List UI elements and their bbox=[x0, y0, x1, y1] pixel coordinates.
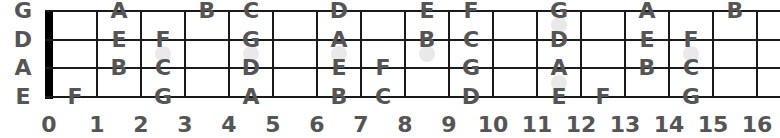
note-d-string-fret-9: B bbox=[405, 25, 449, 54]
note-a-string-fret-2: B bbox=[97, 54, 141, 83]
fret-number-0: 0 bbox=[29, 112, 69, 138]
fret-number-10: 10 bbox=[473, 112, 513, 138]
note-g-string-fret-2: A bbox=[97, 0, 141, 25]
note-a-string-fret-10: G bbox=[449, 54, 493, 83]
note-g-string-fret-4: B bbox=[185, 0, 229, 25]
notes-grid: ABCDEFGABEFGABCDEFBCDEFGABCFGABCDEFG bbox=[53, 0, 757, 111]
fret-number-13: 13 bbox=[605, 112, 645, 138]
note-e-string-fret-5: A bbox=[229, 83, 273, 112]
fret-number-12: 12 bbox=[561, 112, 601, 138]
nut bbox=[45, 10, 53, 99]
bass-fretboard-diagram: GDAE ABCDEFGABEFGABCDEFBCDEFGABCFGABCDEF… bbox=[0, 0, 780, 138]
note-e-string-fret-8: C bbox=[361, 83, 405, 112]
note-g-string-fret-5: C bbox=[229, 0, 273, 25]
note-a-string-fret-3: C bbox=[141, 54, 185, 83]
note-g-string-fret-14: A bbox=[625, 0, 669, 25]
fret-number-6: 6 bbox=[297, 112, 337, 138]
note-d-string-fret-5: G bbox=[229, 25, 273, 54]
note-e-string-fret-1: F bbox=[53, 83, 97, 112]
fret-number-4: 4 bbox=[209, 112, 249, 138]
note-g-string-fret-16: B bbox=[713, 0, 757, 25]
fret-number-9: 9 bbox=[429, 112, 469, 138]
fret-number-15: 15 bbox=[693, 112, 733, 138]
fret-number-11: 11 bbox=[517, 112, 557, 138]
note-d-string-fret-15: F bbox=[669, 25, 713, 54]
note-d-string-fret-7: A bbox=[317, 25, 361, 54]
note-d-string-fret-12: D bbox=[537, 25, 581, 54]
fret-number-5: 5 bbox=[253, 112, 293, 138]
fret-number-16: 16 bbox=[737, 112, 777, 138]
note-e-string-fret-12: E bbox=[537, 83, 581, 112]
note-e-string-fret-3: G bbox=[141, 83, 185, 112]
fret-number-3: 3 bbox=[165, 112, 205, 138]
fret-number-2: 2 bbox=[121, 112, 161, 138]
note-e-string-fret-13: F bbox=[581, 83, 625, 112]
note-e-string-fret-7: B bbox=[317, 83, 361, 112]
fret-number-1: 1 bbox=[77, 112, 117, 138]
note-a-string-fret-7: E bbox=[317, 54, 361, 83]
note-a-string-fret-15: C bbox=[669, 54, 713, 83]
note-e-string-fret-15: G bbox=[669, 83, 713, 112]
note-d-string-fret-10: C bbox=[449, 25, 493, 54]
note-g-string-fret-12: G bbox=[537, 0, 581, 25]
note-d-string-fret-2: E bbox=[97, 25, 141, 54]
string-label-e: E bbox=[5, 83, 41, 111]
fret-number-7: 7 bbox=[341, 112, 381, 138]
note-e-string-fret-10: D bbox=[449, 83, 493, 112]
note-a-string-fret-14: B bbox=[625, 54, 669, 83]
string-label-a: A bbox=[5, 54, 41, 82]
string-label-d: D bbox=[5, 26, 41, 54]
note-g-string-fret-7: D bbox=[317, 0, 361, 25]
note-g-string-fret-9: E bbox=[405, 0, 449, 25]
note-d-string-fret-3: F bbox=[141, 25, 185, 54]
note-g-string-fret-10: F bbox=[449, 0, 493, 25]
note-d-string-fret-14: E bbox=[625, 25, 669, 54]
note-a-string-fret-8: F bbox=[361, 54, 405, 83]
fret-number-8: 8 bbox=[385, 112, 425, 138]
fret-number-14: 14 bbox=[649, 112, 689, 138]
string-label-g: G bbox=[5, 0, 41, 25]
note-a-string-fret-12: A bbox=[537, 54, 581, 83]
note-a-string-fret-5: D bbox=[229, 54, 273, 83]
